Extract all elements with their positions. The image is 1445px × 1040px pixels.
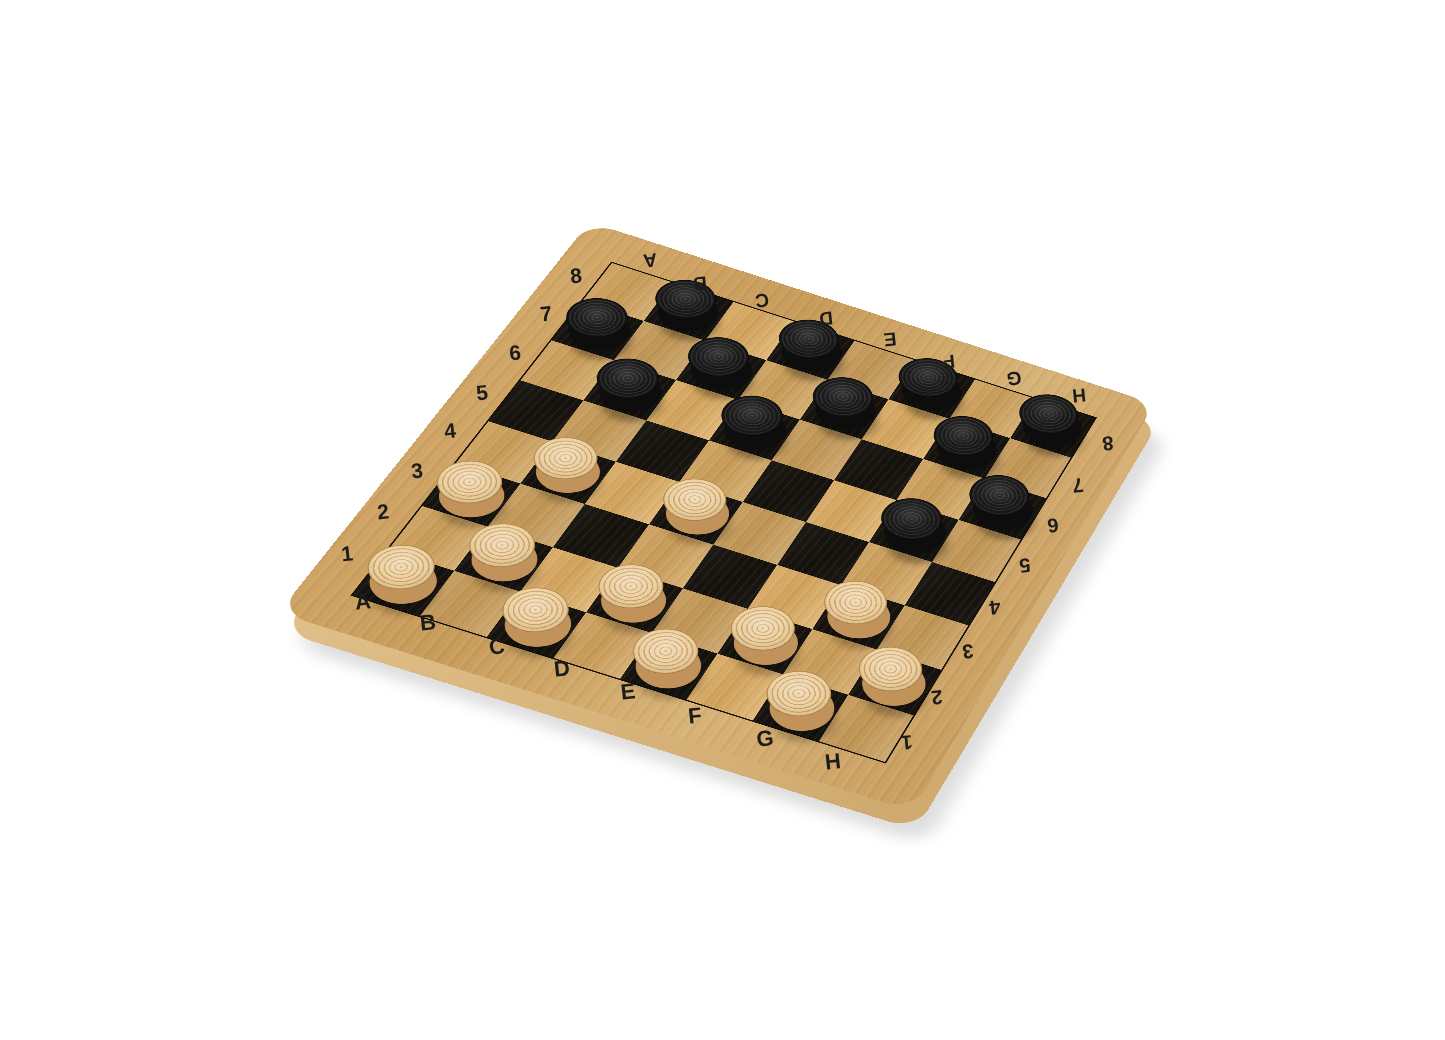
photo-scene: 8765432187654321ABCDEFGHABCDEFGH <box>0 0 1445 1040</box>
checkers-board <box>278 222 1154 811</box>
